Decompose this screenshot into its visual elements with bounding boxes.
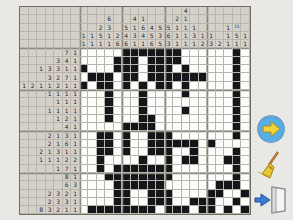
grid-cell[interactable]: [216, 190, 225, 198]
grid-cell[interactable]: [224, 98, 233, 106]
grid-cell[interactable]: [216, 131, 225, 139]
grid-cell[interactable]: [165, 73, 174, 81]
grid-cell[interactable]: [122, 115, 131, 123]
grid-cell[interactable]: [114, 148, 123, 156]
grid-cell[interactable]: [182, 48, 191, 56]
exit-button[interactable]: [252, 184, 288, 214]
grid-cell[interactable]: [190, 73, 199, 81]
grid-cell[interactable]: [173, 57, 182, 65]
grid-cell[interactable]: [173, 107, 182, 115]
grid-cell[interactable]: [139, 57, 148, 65]
grid-cell[interactable]: [88, 148, 97, 156]
grid-cell[interactable]: [233, 181, 242, 189]
grid-cell[interactable]: [139, 65, 148, 73]
grid-cell[interactable]: [88, 173, 97, 181]
grid-cell[interactable]: [156, 57, 165, 65]
grid-cell[interactable]: [165, 123, 174, 131]
grid-cell[interactable]: [114, 165, 123, 173]
grid-cell[interactable]: [122, 148, 131, 156]
grid-cell[interactable]: [224, 173, 233, 181]
grid-cell[interactable]: [190, 115, 199, 123]
grid-cell[interactable]: [207, 156, 216, 164]
grid-cell[interactable]: [131, 190, 140, 198]
grid-cell[interactable]: [88, 82, 97, 90]
grid-cell[interactable]: [88, 57, 97, 65]
grid-cell[interactable]: [105, 131, 114, 139]
grid-cell[interactable]: [216, 198, 225, 206]
grid-cell[interactable]: [105, 82, 114, 90]
grid-cell[interactable]: [182, 131, 191, 139]
grid-cell[interactable]: [114, 173, 123, 181]
grid-cell[interactable]: [216, 206, 225, 214]
grid-cell[interactable]: [199, 148, 208, 156]
grid-cell[interactable]: [139, 115, 148, 123]
grid-cell[interactable]: [139, 140, 148, 148]
grid-cell[interactable]: [131, 181, 140, 189]
grid-cell[interactable]: [173, 123, 182, 131]
grid-cell[interactable]: [224, 156, 233, 164]
grid-cell[interactable]: [199, 156, 208, 164]
grid-cell[interactable]: [105, 140, 114, 148]
grid-cell[interactable]: [173, 82, 182, 90]
grid-cell[interactable]: [97, 98, 106, 106]
grid-cell[interactable]: [182, 98, 191, 106]
grid-cell[interactable]: [122, 48, 131, 56]
grid-cell[interactable]: [139, 165, 148, 173]
grid-cell[interactable]: [148, 206, 157, 214]
grid-cell[interactable]: [165, 107, 174, 115]
grid-cell[interactable]: [190, 140, 199, 148]
grid-cell[interactable]: [233, 148, 242, 156]
grid-cell[interactable]: [122, 173, 131, 181]
grid-cell[interactable]: [156, 156, 165, 164]
grid-cell[interactable]: [165, 198, 174, 206]
grid-cell[interactable]: [233, 123, 242, 131]
grid-cell[interactable]: [190, 156, 199, 164]
grid-cell[interactable]: [105, 156, 114, 164]
grid-cell[interactable]: [80, 206, 89, 214]
grid-cell[interactable]: [224, 198, 233, 206]
grid-cell[interactable]: [148, 82, 157, 90]
grid-cell[interactable]: [190, 206, 199, 214]
grid-cell[interactable]: [80, 165, 89, 173]
grid-cell[interactable]: [199, 107, 208, 115]
grid-cell[interactable]: [216, 65, 225, 73]
grid-cell[interactable]: [216, 73, 225, 81]
grid-cell[interactable]: [233, 173, 242, 181]
grid-cell[interactable]: [216, 57, 225, 65]
grid-cell[interactable]: [97, 73, 106, 81]
grid-cell[interactable]: [156, 206, 165, 214]
grid-cell[interactable]: [97, 123, 106, 131]
grid-cell[interactable]: [105, 115, 114, 123]
grid-cell[interactable]: [233, 48, 242, 56]
grid-cell[interactable]: [190, 198, 199, 206]
grid-cell[interactable]: [173, 181, 182, 189]
grid-cell[interactable]: [182, 198, 191, 206]
grid-cell[interactable]: [105, 181, 114, 189]
grid-cell[interactable]: [148, 181, 157, 189]
grid-cell[interactable]: [156, 73, 165, 81]
grid-cell[interactable]: [224, 57, 233, 65]
grid-cell[interactable]: [131, 148, 140, 156]
grid-cell[interactable]: [131, 73, 140, 81]
grid-cell[interactable]: [122, 65, 131, 73]
grid-cell[interactable]: [114, 82, 123, 90]
grid-cell[interactable]: [88, 156, 97, 164]
grid-cell[interactable]: [173, 98, 182, 106]
grid-cell[interactable]: [199, 115, 208, 123]
grid-cell[interactable]: [97, 82, 106, 90]
grid-cell[interactable]: [207, 73, 216, 81]
grid-cell[interactable]: [114, 73, 123, 81]
grid-cell[interactable]: [233, 57, 242, 65]
grid-cell[interactable]: [97, 131, 106, 139]
grid-cell[interactable]: [97, 107, 106, 115]
grid-cell[interactable]: [182, 115, 191, 123]
grid-cell[interactable]: [207, 165, 216, 173]
grid-cell[interactable]: [97, 173, 106, 181]
grid-cell[interactable]: [207, 173, 216, 181]
grid-cell[interactable]: [131, 123, 140, 131]
grid-cell[interactable]: [224, 73, 233, 81]
grid-cell[interactable]: [173, 198, 182, 206]
grid-cell[interactable]: [148, 173, 157, 181]
grid-cell[interactable]: [216, 107, 225, 115]
grid-cell[interactable]: [165, 48, 174, 56]
grid-cell[interactable]: [131, 115, 140, 123]
grid-cell[interactable]: [173, 65, 182, 73]
grid-cell[interactable]: [97, 181, 106, 189]
grid-cell[interactable]: [139, 190, 148, 198]
grid-cell[interactable]: [105, 65, 114, 73]
grid-cell[interactable]: [165, 115, 174, 123]
grid-cell[interactable]: [88, 190, 97, 198]
grid-cell[interactable]: [199, 48, 208, 56]
grid-cell[interactable]: [139, 123, 148, 131]
grid-cell[interactable]: [80, 198, 89, 206]
grid-cell[interactable]: [165, 57, 174, 65]
grid-cell[interactable]: [216, 140, 225, 148]
grid-cell[interactable]: [148, 65, 157, 73]
grid-cell[interactable]: [139, 90, 148, 98]
grid-cell[interactable]: [199, 73, 208, 81]
grid-cell[interactable]: [233, 107, 242, 115]
grid-cell[interactable]: [139, 198, 148, 206]
grid-cell[interactable]: [233, 165, 242, 173]
grid-cell[interactable]: [216, 90, 225, 98]
grid-cell[interactable]: [165, 90, 174, 98]
grid-cell[interactable]: [97, 156, 106, 164]
grid-cell[interactable]: [122, 98, 131, 106]
grid-cell[interactable]: [207, 190, 216, 198]
grid-cell[interactable]: [80, 98, 89, 106]
grid-cell[interactable]: [165, 65, 174, 73]
grid-cell[interactable]: [233, 156, 242, 164]
grid-cell[interactable]: [122, 156, 131, 164]
grid-cell[interactable]: [165, 206, 174, 214]
grid-cell[interactable]: [131, 165, 140, 173]
grid-cell[interactable]: [182, 206, 191, 214]
grid-cell[interactable]: [233, 190, 242, 198]
grid-cell[interactable]: [122, 107, 131, 115]
grid-cell[interactable]: [165, 173, 174, 181]
grid-cell[interactable]: [199, 173, 208, 181]
grid-cell[interactable]: [173, 140, 182, 148]
grid-cell[interactable]: [80, 90, 89, 98]
grid-cell[interactable]: [122, 140, 131, 148]
grid-cell[interactable]: [199, 181, 208, 189]
grid-cell[interactable]: [97, 165, 106, 173]
grid-cell[interactable]: [173, 48, 182, 56]
grid-cell[interactable]: [224, 190, 233, 198]
grid-cell[interactable]: [199, 198, 208, 206]
grid-cell[interactable]: [190, 148, 199, 156]
grid-cell[interactable]: [80, 148, 89, 156]
grid-cell[interactable]: [139, 131, 148, 139]
grid-cell[interactable]: [190, 131, 199, 139]
grid-cell[interactable]: [207, 206, 216, 214]
grid-cell[interactable]: [105, 107, 114, 115]
grid-cell[interactable]: [190, 48, 199, 56]
grid-cell[interactable]: [148, 48, 157, 56]
grid-cell[interactable]: [97, 115, 106, 123]
grid-cell[interactable]: [156, 107, 165, 115]
grid-cell[interactable]: [173, 206, 182, 214]
grid-cell[interactable]: [122, 198, 131, 206]
grid-cell[interactable]: [88, 73, 97, 81]
grid-cell[interactable]: [207, 90, 216, 98]
grid-cell[interactable]: [88, 206, 97, 214]
grid-cell[interactable]: [207, 57, 216, 65]
grid-cell[interactable]: [156, 190, 165, 198]
grid-cell[interactable]: [207, 140, 216, 148]
grid-cell[interactable]: [80, 131, 89, 139]
grid-cell[interactable]: [122, 165, 131, 173]
grid-cell[interactable]: [122, 181, 131, 189]
grid-cell[interactable]: [148, 198, 157, 206]
grid-cell[interactable]: [105, 165, 114, 173]
grid-cell[interactable]: [114, 181, 123, 189]
grid-cell[interactable]: [105, 198, 114, 206]
grid-cell[interactable]: [88, 90, 97, 98]
grid-cell[interactable]: [131, 98, 140, 106]
grid-cell[interactable]: [216, 156, 225, 164]
grid-cell[interactable]: [80, 82, 89, 90]
grid-cell[interactable]: [139, 48, 148, 56]
grid-cell[interactable]: [97, 198, 106, 206]
grid-cell[interactable]: [233, 140, 242, 148]
grid-cell[interactable]: [156, 48, 165, 56]
grid-cell[interactable]: [190, 90, 199, 98]
grid-cell[interactable]: [173, 173, 182, 181]
grid-cell[interactable]: [80, 140, 89, 148]
grid-cell[interactable]: [148, 73, 157, 81]
grid-cell[interactable]: [148, 140, 157, 148]
grid-cell[interactable]: [233, 206, 242, 214]
grid-cell[interactable]: [233, 98, 242, 106]
grid-cell[interactable]: [182, 90, 191, 98]
grid-cell[interactable]: [131, 206, 140, 214]
grid-cell[interactable]: [156, 140, 165, 148]
grid-cell[interactable]: [88, 98, 97, 106]
grid-cell[interactable]: [233, 90, 242, 98]
grid-cell[interactable]: [199, 131, 208, 139]
grid-cell[interactable]: [88, 131, 97, 139]
grid-cell[interactable]: [173, 190, 182, 198]
grid-cell[interactable]: [148, 98, 157, 106]
grid-cell[interactable]: [114, 190, 123, 198]
grid-cell[interactable]: [199, 82, 208, 90]
grid-cell[interactable]: [131, 173, 140, 181]
grid-cell[interactable]: [207, 181, 216, 189]
grid-cell[interactable]: [182, 57, 191, 65]
grid-cell[interactable]: [216, 123, 225, 131]
grid-cell[interactable]: [139, 148, 148, 156]
grid-cell[interactable]: [165, 82, 174, 90]
grid-cell[interactable]: [97, 57, 106, 65]
grid-cell[interactable]: [122, 206, 131, 214]
grid-cell[interactable]: [216, 148, 225, 156]
grid-cell[interactable]: [114, 131, 123, 139]
grid-cell[interactable]: [105, 123, 114, 131]
grid-cell[interactable]: [216, 165, 225, 173]
grid-cell[interactable]: [114, 198, 123, 206]
grid-cell[interactable]: [139, 173, 148, 181]
grid-cell[interactable]: [182, 173, 191, 181]
grid-cell[interactable]: [182, 140, 191, 148]
grid-cell[interactable]: [131, 82, 140, 90]
grid-cell[interactable]: [114, 107, 123, 115]
grid-cell[interactable]: [156, 82, 165, 90]
grid-cell[interactable]: [199, 190, 208, 198]
grid-cell[interactable]: [122, 90, 131, 98]
grid-cell[interactable]: [224, 206, 233, 214]
grid-cell[interactable]: [224, 107, 233, 115]
grid-cell[interactable]: [233, 73, 242, 81]
grid-cell[interactable]: [148, 131, 157, 139]
grid-cell[interactable]: [224, 165, 233, 173]
grid-cell[interactable]: [199, 140, 208, 148]
grid-cell[interactable]: [199, 206, 208, 214]
grid-cell[interactable]: [114, 98, 123, 106]
grid-cell[interactable]: [224, 148, 233, 156]
grid-cell[interactable]: [122, 73, 131, 81]
grid-cell[interactable]: [80, 123, 89, 131]
grid-cell[interactable]: [224, 181, 233, 189]
grid-cell[interactable]: [148, 57, 157, 65]
grid-cell[interactable]: [190, 123, 199, 131]
grid-cell[interactable]: [148, 123, 157, 131]
grid-cell[interactable]: [173, 156, 182, 164]
grid-cell[interactable]: [105, 148, 114, 156]
grid-cell[interactable]: [114, 115, 123, 123]
grid-cell[interactable]: [182, 65, 191, 73]
grid-cell[interactable]: [156, 173, 165, 181]
grid-cell[interactable]: [88, 181, 97, 189]
grid-cell[interactable]: [105, 57, 114, 65]
grid-cell[interactable]: [224, 131, 233, 139]
grid-cell[interactable]: [190, 57, 199, 65]
grid-cell[interactable]: [182, 156, 191, 164]
grid-cell[interactable]: [173, 90, 182, 98]
grid-cell[interactable]: [88, 198, 97, 206]
grid-cell[interactable]: [216, 181, 225, 189]
grid-cell[interactable]: [122, 131, 131, 139]
grid-cell[interactable]: [114, 156, 123, 164]
grid-cell[interactable]: [156, 198, 165, 206]
grid-cell[interactable]: [224, 123, 233, 131]
grid-cell[interactable]: [199, 98, 208, 106]
grid-cell[interactable]: [190, 165, 199, 173]
grid-cell[interactable]: [148, 165, 157, 173]
grid-cell[interactable]: [224, 82, 233, 90]
grid-cell[interactable]: [216, 98, 225, 106]
grid-cell[interactable]: [88, 140, 97, 148]
grid-cell[interactable]: [122, 82, 131, 90]
grid-cell[interactable]: [156, 165, 165, 173]
grid-cell[interactable]: [131, 140, 140, 148]
grid-cell[interactable]: [190, 173, 199, 181]
grid-cell[interactable]: [80, 107, 89, 115]
grid-cell[interactable]: [156, 181, 165, 189]
grid-cell[interactable]: [114, 65, 123, 73]
grid-cell[interactable]: [165, 156, 174, 164]
grid-cell[interactable]: [182, 73, 191, 81]
grid-cell[interactable]: [114, 57, 123, 65]
grid-cell[interactable]: [207, 148, 216, 156]
grid-cell[interactable]: [80, 73, 89, 81]
grid-cell[interactable]: [216, 115, 225, 123]
grid-cell[interactable]: [190, 65, 199, 73]
grid-cell[interactable]: [199, 165, 208, 173]
grid-cell[interactable]: [233, 131, 242, 139]
grid-cell[interactable]: [207, 107, 216, 115]
grid-cell[interactable]: [97, 148, 106, 156]
grid-cell[interactable]: [114, 48, 123, 56]
grid-cell[interactable]: [97, 140, 106, 148]
grid-cell[interactable]: [114, 123, 123, 131]
grid-cell[interactable]: [182, 181, 191, 189]
grid-cell[interactable]: [190, 181, 199, 189]
grid-cell[interactable]: [156, 98, 165, 106]
grid-cell[interactable]: [207, 198, 216, 206]
grid-cell[interactable]: [156, 123, 165, 131]
grid-cell[interactable]: [173, 73, 182, 81]
grid-cell[interactable]: [224, 140, 233, 148]
grid-cell[interactable]: [216, 173, 225, 181]
grid-cell[interactable]: [216, 82, 225, 90]
grid-cell[interactable]: [207, 65, 216, 73]
grid-cell[interactable]: [97, 90, 106, 98]
grid-cell[interactable]: [224, 65, 233, 73]
grid-cell[interactable]: [80, 190, 89, 198]
grid-cell[interactable]: [139, 82, 148, 90]
grid-cell[interactable]: [199, 57, 208, 65]
grid-cell[interactable]: [139, 206, 148, 214]
grid-cell[interactable]: [114, 206, 123, 214]
grid-cell[interactable]: [122, 190, 131, 198]
grid-cell[interactable]: [165, 181, 174, 189]
grid-cell[interactable]: [148, 190, 157, 198]
grid-cell[interactable]: [190, 82, 199, 90]
grid-cell[interactable]: [207, 115, 216, 123]
grid-cell[interactable]: [114, 90, 123, 98]
grid-cell[interactable]: [105, 90, 114, 98]
grid-cell[interactable]: [97, 48, 106, 56]
grid-cell[interactable]: [156, 115, 165, 123]
grid-cell[interactable]: [199, 123, 208, 131]
